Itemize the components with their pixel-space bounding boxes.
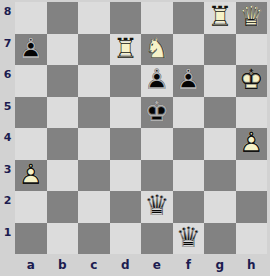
square-c7[interactable] (78, 34, 110, 66)
piece-glyph-outline: ♕ (236, 2, 268, 34)
square-b4[interactable] (47, 128, 79, 160)
piece-white-queen[interactable]: ♛♕ (236, 2, 268, 34)
piece-white-knight[interactable]: ♞♘ (141, 34, 173, 66)
square-d5[interactable] (110, 97, 142, 129)
chess-board: ♜♖♛♕♟♙♜♖♞♘♟♙♟♙♚♔♚♔♟♙♟♙♛♕♛♕ (15, 2, 267, 254)
square-g4[interactable] (204, 128, 236, 160)
square-g3[interactable] (204, 160, 236, 192)
piece-white-king[interactable]: ♚♔ (236, 65, 268, 97)
file-label-d: d (110, 254, 142, 276)
square-a2[interactable] (15, 191, 47, 223)
square-d6[interactable] (110, 65, 142, 97)
piece-glyph-outline: ♘ (141, 34, 173, 66)
square-h1[interactable] (236, 223, 268, 255)
square-e2[interactable]: ♛♕ (141, 191, 173, 223)
rank-label-6: 6 (0, 65, 15, 97)
square-c2[interactable] (78, 191, 110, 223)
square-d8[interactable] (110, 2, 142, 34)
square-f2[interactable] (173, 191, 205, 223)
piece-glyph-outline: ♕ (141, 191, 173, 223)
piece-black-queen[interactable]: ♛♕ (141, 191, 173, 223)
rank-label-7: 7 (0, 34, 15, 66)
piece-black-pawn[interactable]: ♟♙ (173, 65, 205, 97)
square-b1[interactable] (47, 223, 79, 255)
square-b8[interactable] (47, 2, 79, 34)
piece-white-rook[interactable]: ♜♖ (110, 34, 142, 66)
square-a1[interactable] (15, 223, 47, 255)
square-c8[interactable] (78, 2, 110, 34)
file-label-g: g (204, 254, 236, 276)
square-h8[interactable]: ♛♕ (236, 2, 268, 34)
piece-glyph-outline: ♙ (15, 160, 47, 192)
piece-black-queen[interactable]: ♛♕ (173, 223, 205, 255)
square-e8[interactable] (141, 2, 173, 34)
square-a6[interactable] (15, 65, 47, 97)
square-c4[interactable] (78, 128, 110, 160)
square-d4[interactable] (110, 128, 142, 160)
piece-black-king[interactable]: ♚♔ (141, 97, 173, 129)
rank-label-8: 8 (0, 2, 15, 34)
piece-white-pawn[interactable]: ♟♙ (15, 160, 47, 192)
piece-glyph-outline: ♙ (236, 128, 268, 160)
square-f8[interactable] (173, 2, 205, 34)
square-f3[interactable] (173, 160, 205, 192)
file-label-c: c (78, 254, 110, 276)
piece-glyph-outline: ♔ (236, 65, 268, 97)
square-g5[interactable] (204, 97, 236, 129)
square-b3[interactable] (47, 160, 79, 192)
square-d2[interactable] (110, 191, 142, 223)
square-b7[interactable] (47, 34, 79, 66)
square-f7[interactable] (173, 34, 205, 66)
piece-glyph-outline: ♕ (173, 223, 205, 255)
square-f1[interactable]: ♛♕ (173, 223, 205, 255)
square-a8[interactable] (15, 2, 47, 34)
rank-label-4: 4 (0, 128, 15, 160)
square-b2[interactable] (47, 191, 79, 223)
square-h6[interactable]: ♚♔ (236, 65, 268, 97)
square-d7[interactable]: ♜♖ (110, 34, 142, 66)
file-label-e: e (141, 254, 173, 276)
square-h4[interactable]: ♟♙ (236, 128, 268, 160)
square-c1[interactable] (78, 223, 110, 255)
square-e7[interactable]: ♞♘ (141, 34, 173, 66)
square-e3[interactable] (141, 160, 173, 192)
square-g7[interactable] (204, 34, 236, 66)
piece-glyph-outline: ♔ (141, 97, 173, 129)
file-label-b: b (47, 254, 79, 276)
square-e1[interactable] (141, 223, 173, 255)
square-g8[interactable]: ♜♖ (204, 2, 236, 34)
rank-labels: 87654321 (0, 2, 15, 254)
square-h5[interactable] (236, 97, 268, 129)
square-b6[interactable] (47, 65, 79, 97)
square-h3[interactable] (236, 160, 268, 192)
square-d3[interactable] (110, 160, 142, 192)
square-g2[interactable] (204, 191, 236, 223)
square-c6[interactable] (78, 65, 110, 97)
square-e4[interactable] (141, 128, 173, 160)
square-h7[interactable] (236, 34, 268, 66)
piece-glyph-outline: ♖ (204, 2, 236, 34)
square-g1[interactable] (204, 223, 236, 255)
square-c5[interactable] (78, 97, 110, 129)
square-e5[interactable]: ♚♔ (141, 97, 173, 129)
square-e6[interactable]: ♟♙ (141, 65, 173, 97)
file-labels: abcdefgh (15, 254, 267, 276)
file-label-a: a (15, 254, 47, 276)
square-f5[interactable] (173, 97, 205, 129)
file-label-f: f (173, 254, 205, 276)
square-h2[interactable] (236, 191, 268, 223)
piece-black-pawn[interactable]: ♟♙ (141, 65, 173, 97)
piece-glyph-outline: ♙ (173, 65, 205, 97)
piece-white-pawn[interactable]: ♟♙ (236, 128, 268, 160)
chess-diagram: 87654321 ♜♖♛♕♟♙♜♖♞♘♟♙♟♙♚♔♚♔♟♙♟♙♛♕♛♕ abcd… (0, 0, 270, 276)
rank-label-2: 2 (0, 191, 15, 223)
piece-white-rook[interactable]: ♜♖ (204, 2, 236, 34)
square-a5[interactable] (15, 97, 47, 129)
square-g6[interactable] (204, 65, 236, 97)
piece-black-pawn[interactable]: ♟♙ (15, 34, 47, 66)
square-b5[interactable] (47, 97, 79, 129)
square-d1[interactable] (110, 223, 142, 255)
piece-glyph-outline: ♙ (141, 65, 173, 97)
square-f4[interactable] (173, 128, 205, 160)
square-a3[interactable]: ♟♙ (15, 160, 47, 192)
square-a7[interactable]: ♟♙ (15, 34, 47, 66)
piece-glyph-outline: ♙ (15, 34, 47, 66)
piece-glyph-outline: ♖ (110, 34, 142, 66)
square-a4[interactable] (15, 128, 47, 160)
rank-label-5: 5 (0, 97, 15, 129)
square-c3[interactable] (78, 160, 110, 192)
square-f6[interactable]: ♟♙ (173, 65, 205, 97)
file-label-h: h (236, 254, 268, 276)
rank-label-1: 1 (0, 223, 15, 255)
rank-label-3: 3 (0, 160, 15, 192)
